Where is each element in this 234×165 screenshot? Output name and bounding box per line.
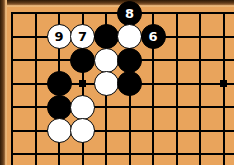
stone-white[interactable] xyxy=(94,71,119,96)
go-board: 8976 xyxy=(0,0,234,165)
stone-white-9[interactable]: 9 xyxy=(47,24,72,49)
grid-line-horizontal xyxy=(11,130,234,132)
stone-label: 6 xyxy=(148,30,157,43)
grid-line-horizontal xyxy=(11,106,234,108)
stone-white[interactable] xyxy=(70,95,95,120)
stone-black[interactable] xyxy=(94,24,119,49)
stone-white-7[interactable]: 7 xyxy=(70,24,95,49)
stone-black[interactable] xyxy=(117,71,142,96)
stone-black[interactable] xyxy=(117,48,142,73)
stone-black-8[interactable]: 8 xyxy=(117,1,142,26)
stone-label: 9 xyxy=(54,30,63,43)
grid-line-horizontal xyxy=(11,153,234,155)
star-point xyxy=(220,80,227,87)
stone-black[interactable] xyxy=(70,48,95,73)
board-edge-top xyxy=(0,0,234,7)
stone-black[interactable] xyxy=(47,71,72,96)
board-edge-left xyxy=(0,0,7,165)
stone-label: 7 xyxy=(78,30,87,43)
stone-white[interactable] xyxy=(70,118,95,143)
stone-black[interactable] xyxy=(47,95,72,120)
stone-white[interactable] xyxy=(94,48,119,73)
star-point xyxy=(79,80,86,87)
stone-white[interactable] xyxy=(117,24,142,49)
stone-label: 8 xyxy=(125,7,134,20)
stone-white[interactable] xyxy=(47,118,72,143)
stone-black-6[interactable]: 6 xyxy=(141,24,166,49)
